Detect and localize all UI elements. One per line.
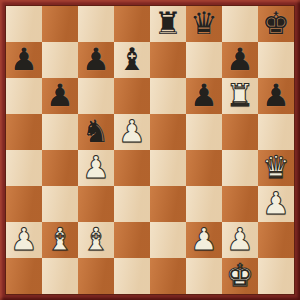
square-e2[interactable]	[150, 222, 186, 258]
square-b7[interactable]	[42, 42, 78, 78]
square-a5[interactable]	[6, 114, 42, 150]
white-pawn-a2: ♟	[10, 221, 38, 257]
square-f3[interactable]	[186, 186, 222, 222]
square-f1[interactable]	[186, 258, 222, 294]
square-b2[interactable]: ♝	[42, 222, 78, 258]
square-d4[interactable]	[114, 150, 150, 186]
square-d2[interactable]	[114, 222, 150, 258]
square-d8[interactable]	[114, 6, 150, 42]
square-c8[interactable]	[78, 6, 114, 42]
square-a2[interactable]: ♟	[6, 222, 42, 258]
black-knight-c5: ♞	[82, 113, 110, 149]
chess-board: ♜♛♚♟♟♝♟♟♟♜♟♞♟♟♛♟♟♝♝♟♟♚	[6, 6, 294, 294]
square-c3[interactable]	[78, 186, 114, 222]
square-a7[interactable]: ♟	[6, 42, 42, 78]
black-pawn-b6: ♟	[46, 77, 74, 113]
square-d1[interactable]	[114, 258, 150, 294]
square-f2[interactable]: ♟	[186, 222, 222, 258]
square-b1[interactable]	[42, 258, 78, 294]
square-e5[interactable]	[150, 114, 186, 150]
square-c4[interactable]: ♟	[78, 150, 114, 186]
square-g2[interactable]: ♟	[222, 222, 258, 258]
square-b3[interactable]	[42, 186, 78, 222]
square-a4[interactable]	[6, 150, 42, 186]
black-pawn-f6: ♟	[190, 77, 218, 113]
white-bishop-c2: ♝	[82, 221, 110, 257]
square-a1[interactable]	[6, 258, 42, 294]
square-a8[interactable]	[6, 6, 42, 42]
square-e8[interactable]: ♜	[150, 6, 186, 42]
square-c5[interactable]: ♞	[78, 114, 114, 150]
square-g6[interactable]: ♜	[222, 78, 258, 114]
square-g7[interactable]: ♟	[222, 42, 258, 78]
square-e3[interactable]	[150, 186, 186, 222]
square-e1[interactable]	[150, 258, 186, 294]
square-e6[interactable]	[150, 78, 186, 114]
square-g5[interactable]	[222, 114, 258, 150]
square-c7[interactable]: ♟	[78, 42, 114, 78]
square-f7[interactable]	[186, 42, 222, 78]
square-b8[interactable]	[42, 6, 78, 42]
square-g1[interactable]: ♚	[222, 258, 258, 294]
square-a3[interactable]	[6, 186, 42, 222]
square-a6[interactable]	[6, 78, 42, 114]
square-e7[interactable]	[150, 42, 186, 78]
black-queen-f8: ♛	[190, 5, 218, 41]
board-frame: ♜♛♚♟♟♝♟♟♟♜♟♞♟♟♛♟♟♝♝♟♟♚	[0, 0, 300, 300]
white-pawn-f2: ♟	[190, 221, 218, 257]
black-bishop-d7: ♝	[118, 41, 146, 77]
white-queen-h4: ♛	[262, 149, 290, 185]
square-c1[interactable]	[78, 258, 114, 294]
square-h7[interactable]	[258, 42, 294, 78]
white-king-g1: ♚	[226, 257, 254, 293]
square-g8[interactable]	[222, 6, 258, 42]
square-h4[interactable]: ♛	[258, 150, 294, 186]
square-c2[interactable]: ♝	[78, 222, 114, 258]
square-d7[interactable]: ♝	[114, 42, 150, 78]
square-h1[interactable]	[258, 258, 294, 294]
black-pawn-c7: ♟	[82, 41, 110, 77]
square-f8[interactable]: ♛	[186, 6, 222, 42]
square-c6[interactable]	[78, 78, 114, 114]
white-pawn-g2: ♟	[226, 221, 254, 257]
white-pawn-d5: ♟	[118, 113, 146, 149]
square-h8[interactable]: ♚	[258, 6, 294, 42]
black-king-h8: ♚	[262, 5, 290, 41]
square-h5[interactable]	[258, 114, 294, 150]
black-rook-e8: ♜	[154, 5, 182, 41]
square-h2[interactable]	[258, 222, 294, 258]
square-g3[interactable]	[222, 186, 258, 222]
square-d5[interactable]: ♟	[114, 114, 150, 150]
white-pawn-h3: ♟	[262, 185, 290, 221]
white-pawn-c4: ♟	[82, 149, 110, 185]
square-g4[interactable]	[222, 150, 258, 186]
square-b4[interactable]	[42, 150, 78, 186]
square-d6[interactable]	[114, 78, 150, 114]
white-bishop-b2: ♝	[46, 221, 74, 257]
square-f4[interactable]	[186, 150, 222, 186]
black-pawn-h6: ♟	[262, 77, 290, 113]
square-h3[interactable]: ♟	[258, 186, 294, 222]
square-d3[interactable]	[114, 186, 150, 222]
square-b6[interactable]: ♟	[42, 78, 78, 114]
white-rook-g6: ♜	[226, 77, 254, 113]
black-pawn-a7: ♟	[10, 41, 38, 77]
square-e4[interactable]	[150, 150, 186, 186]
square-b5[interactable]	[42, 114, 78, 150]
black-pawn-g7: ♟	[226, 41, 254, 77]
square-f6[interactable]: ♟	[186, 78, 222, 114]
square-f5[interactable]	[186, 114, 222, 150]
square-h6[interactable]: ♟	[258, 78, 294, 114]
